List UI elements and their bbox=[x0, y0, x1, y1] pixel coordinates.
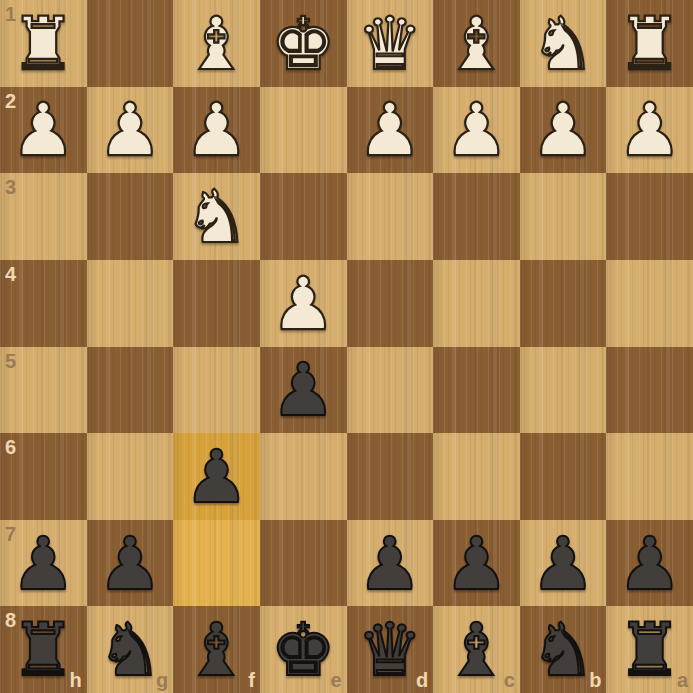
black-pawn[interactable]: ♟ bbox=[357, 527, 422, 600]
black-bishop[interactable]: ♝ bbox=[444, 613, 509, 686]
white-knight[interactable]: ♞ bbox=[184, 180, 249, 253]
square-b2[interactable]: ♟ bbox=[520, 87, 607, 174]
square-c1[interactable]: ♝ bbox=[433, 0, 520, 87]
square-c6[interactable] bbox=[433, 433, 520, 520]
square-b6[interactable] bbox=[520, 433, 607, 520]
square-g7[interactable]: ♟ bbox=[87, 520, 174, 607]
square-f3[interactable]: ♞ bbox=[173, 173, 260, 260]
square-h1[interactable]: 1♜ bbox=[0, 0, 87, 87]
square-a8[interactable]: a♜ bbox=[606, 606, 693, 693]
square-a5[interactable] bbox=[606, 347, 693, 434]
square-b8[interactable]: b♞ bbox=[520, 606, 607, 693]
square-g3[interactable] bbox=[87, 173, 174, 260]
white-pawn[interactable]: ♟ bbox=[357, 93, 422, 166]
square-f4[interactable] bbox=[173, 260, 260, 347]
square-g6[interactable] bbox=[87, 433, 174, 520]
square-f2[interactable]: ♟ bbox=[173, 87, 260, 174]
black-pawn[interactable]: ♟ bbox=[11, 527, 76, 600]
white-rook[interactable]: ♜ bbox=[11, 7, 76, 80]
square-a4[interactable] bbox=[606, 260, 693, 347]
square-d5[interactable] bbox=[347, 347, 434, 434]
square-g4[interactable] bbox=[87, 260, 174, 347]
square-c8[interactable]: c♝ bbox=[433, 606, 520, 693]
square-d6[interactable] bbox=[347, 433, 434, 520]
square-f6[interactable]: ♟ bbox=[173, 433, 260, 520]
square-c7[interactable]: ♟ bbox=[433, 520, 520, 607]
square-d8[interactable]: d♛ bbox=[347, 606, 434, 693]
square-e1[interactable]: ♚ bbox=[260, 0, 347, 87]
square-g8[interactable]: g♞ bbox=[87, 606, 174, 693]
square-a6[interactable] bbox=[606, 433, 693, 520]
square-f5[interactable] bbox=[173, 347, 260, 434]
white-pawn[interactable]: ♟ bbox=[97, 93, 162, 166]
square-d7[interactable]: ♟ bbox=[347, 520, 434, 607]
square-e4[interactable]: ♟ bbox=[260, 260, 347, 347]
white-pawn[interactable]: ♟ bbox=[184, 93, 249, 166]
black-pawn[interactable]: ♟ bbox=[97, 527, 162, 600]
square-d1[interactable]: ♛ bbox=[347, 0, 434, 87]
square-e7[interactable] bbox=[260, 520, 347, 607]
square-e5[interactable]: ♟ bbox=[260, 347, 347, 434]
square-h3[interactable]: 3 bbox=[0, 173, 87, 260]
square-e6[interactable] bbox=[260, 433, 347, 520]
black-knight[interactable]: ♞ bbox=[97, 613, 162, 686]
square-h2[interactable]: 2♟ bbox=[0, 87, 87, 174]
square-c2[interactable]: ♟ bbox=[433, 87, 520, 174]
square-a7[interactable]: ♟ bbox=[606, 520, 693, 607]
square-b7[interactable]: ♟ bbox=[520, 520, 607, 607]
black-pawn[interactable]: ♟ bbox=[270, 353, 335, 426]
rank-label-4: 4 bbox=[5, 263, 16, 286]
square-d3[interactable] bbox=[347, 173, 434, 260]
square-a3[interactable] bbox=[606, 173, 693, 260]
rank-label-5: 5 bbox=[5, 350, 16, 373]
white-queen[interactable]: ♛ bbox=[357, 7, 422, 80]
black-rook[interactable]: ♜ bbox=[11, 613, 76, 686]
square-c5[interactable] bbox=[433, 347, 520, 434]
black-pawn[interactable]: ♟ bbox=[530, 527, 595, 600]
square-h6[interactable]: 6 bbox=[0, 433, 87, 520]
square-h4[interactable]: 4 bbox=[0, 260, 87, 347]
square-f8[interactable]: f♝ bbox=[173, 606, 260, 693]
square-b1[interactable]: ♞ bbox=[520, 0, 607, 87]
black-rook[interactable]: ♜ bbox=[617, 613, 682, 686]
white-pawn[interactable]: ♟ bbox=[270, 267, 335, 340]
black-pawn[interactable]: ♟ bbox=[444, 527, 509, 600]
square-a1[interactable]: ♜ bbox=[606, 0, 693, 87]
white-king[interactable]: ♚ bbox=[270, 7, 335, 80]
black-pawn[interactable]: ♟ bbox=[617, 527, 682, 600]
square-g1[interactable] bbox=[87, 0, 174, 87]
square-a2[interactable]: ♟ bbox=[606, 87, 693, 174]
square-b5[interactable] bbox=[520, 347, 607, 434]
white-pawn[interactable]: ♟ bbox=[444, 93, 509, 166]
square-g5[interactable] bbox=[87, 347, 174, 434]
square-h5[interactable]: 5 bbox=[0, 347, 87, 434]
black-pawn[interactable]: ♟ bbox=[184, 440, 249, 513]
square-e3[interactable] bbox=[260, 173, 347, 260]
square-g2[interactable]: ♟ bbox=[87, 87, 174, 174]
square-e8[interactable]: e♚ bbox=[260, 606, 347, 693]
black-bishop[interactable]: ♝ bbox=[184, 613, 249, 686]
black-knight[interactable]: ♞ bbox=[530, 613, 595, 686]
square-e2[interactable] bbox=[260, 87, 347, 174]
white-bishop[interactable]: ♝ bbox=[444, 7, 509, 80]
square-f1[interactable]: ♝ bbox=[173, 0, 260, 87]
black-king[interactable]: ♚ bbox=[270, 613, 335, 686]
white-rook[interactable]: ♜ bbox=[617, 7, 682, 80]
square-d2[interactable]: ♟ bbox=[347, 87, 434, 174]
square-b3[interactable] bbox=[520, 173, 607, 260]
white-knight[interactable]: ♞ bbox=[530, 7, 595, 80]
black-queen[interactable]: ♛ bbox=[357, 613, 422, 686]
white-bishop[interactable]: ♝ bbox=[184, 7, 249, 80]
rank-label-3: 3 bbox=[5, 176, 16, 199]
square-b4[interactable] bbox=[520, 260, 607, 347]
square-c3[interactable] bbox=[433, 173, 520, 260]
white-pawn[interactable]: ♟ bbox=[11, 93, 76, 166]
square-c4[interactable] bbox=[433, 260, 520, 347]
square-h8[interactable]: 8h♜ bbox=[0, 606, 87, 693]
white-pawn[interactable]: ♟ bbox=[530, 93, 595, 166]
square-d4[interactable] bbox=[347, 260, 434, 347]
rank-label-6: 6 bbox=[5, 436, 16, 459]
chess-board: 1♜♝♚♛♝♞♜2♟♟♟♟♟♟♟3♞4♟5♟6♟7♟♟♟♟♟♟8h♜g♞f♝e♚… bbox=[0, 0, 693, 693]
square-f7[interactable] bbox=[173, 520, 260, 607]
white-pawn[interactable]: ♟ bbox=[617, 93, 682, 166]
square-h7[interactable]: 7♟ bbox=[0, 520, 87, 607]
